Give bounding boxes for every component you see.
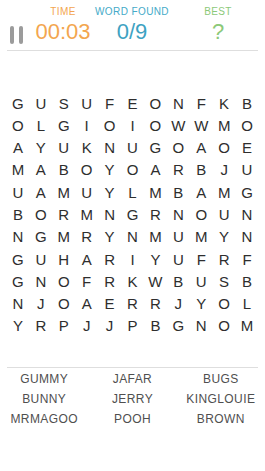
- grid-cell-r7c7[interactable]: M: [144, 226, 167, 248]
- grid-cell-r6c8[interactable]: N: [167, 203, 190, 225]
- grid-cell-r10c9[interactable]: Y: [190, 292, 213, 314]
- grid-cell-r4c6[interactable]: O: [121, 159, 144, 181]
- grid-cell-r3c2[interactable]: Y: [29, 137, 52, 159]
- grid-cell-r3c3[interactable]: U: [52, 137, 75, 159]
- grid-cell-r11c1[interactable]: Y: [7, 315, 30, 337]
- grid-cell-r6c10[interactable]: U: [213, 203, 236, 225]
- grid-cell-r1c4[interactable]: U: [75, 92, 98, 114]
- grid-cell-r9c7[interactable]: W: [144, 270, 167, 292]
- grid-cell-r2c5[interactable]: O: [98, 114, 121, 136]
- grid-cell-r11c3[interactable]: P: [52, 315, 75, 337]
- grid-cell-r8c2[interactable]: U: [29, 248, 52, 270]
- grid-cell-r4c2[interactable]: A: [29, 159, 52, 181]
- grid-cell-r4c1[interactable]: M: [7, 159, 30, 181]
- grid-cell-r11c8[interactable]: G: [167, 315, 190, 337]
- grid-cell-r7c10[interactable]: Y: [213, 226, 236, 248]
- word-item-bugs: BUGS: [177, 372, 265, 387]
- grid-cell-r2c11[interactable]: O: [236, 114, 259, 136]
- grid-cell-r6c4[interactable]: M: [75, 203, 98, 225]
- grid-cell-r6c3[interactable]: R: [52, 203, 75, 225]
- grid-cell-r10c5[interactable]: E: [98, 292, 121, 314]
- grid-cell-r4c3[interactable]: B: [52, 159, 75, 181]
- grid-cell-r9c8[interactable]: B: [167, 270, 190, 292]
- word-item-brown: BROWN: [177, 412, 265, 427]
- grid-cell-r3c4[interactable]: K: [75, 137, 98, 159]
- grid-cell-r10c7[interactable]: R: [144, 292, 167, 314]
- grid-cell-r8c11[interactable]: F: [236, 248, 259, 270]
- grid-cell-r4c11[interactable]: U: [236, 159, 259, 181]
- grid-cell-r9c4[interactable]: F: [75, 270, 98, 292]
- word-item-pooh: POOH: [88, 412, 176, 427]
- grid-cell-r1c5[interactable]: F: [98, 92, 121, 114]
- grid-cell-r2c1[interactable]: O: [7, 114, 30, 136]
- grid-cell-r5c10[interactable]: M: [213, 181, 236, 203]
- grid-cell-r11c6[interactable]: P: [121, 315, 144, 337]
- grid-cell-r7c4[interactable]: R: [75, 226, 98, 248]
- grid-cell-r11c4[interactable]: J: [75, 315, 98, 337]
- grid-cell-r1c1[interactable]: G: [7, 92, 30, 114]
- grid-cell-r5c7[interactable]: M: [144, 181, 167, 203]
- word-search-app: TIME 00:03 WORD FOUND 0/9 BEST ? GUSUFEO…: [0, 0, 265, 471]
- grid-cell-r2c3[interactable]: G: [52, 114, 75, 136]
- grid-cell-r3c5[interactable]: N: [98, 137, 121, 159]
- puzzle-area: GUSUFEONFKBOLGIOIOWWMOAYUKNUGOAOEMABOYOA…: [0, 51, 265, 367]
- grid-cell-r5c8[interactable]: B: [167, 181, 190, 203]
- best-value: ?: [188, 19, 248, 45]
- grid-cell-r1c11[interactable]: B: [236, 92, 259, 114]
- word-found-stat: WORD FOUND 0/9: [82, 6, 182, 45]
- grid-cell-r10c3[interactable]: O: [52, 292, 75, 314]
- grid-cell-r5c2[interactable]: A: [29, 181, 52, 203]
- grid-cell-r1c2[interactable]: U: [29, 92, 52, 114]
- grid-cell-r2c6[interactable]: I: [121, 114, 144, 136]
- grid-cell-r9c11[interactable]: B: [236, 270, 259, 292]
- grid-cell-r8c8[interactable]: U: [167, 248, 190, 270]
- grid-cell-r4c8[interactable]: R: [167, 159, 190, 181]
- grid-cell-r9c6[interactable]: K: [121, 270, 144, 292]
- grid-cell-r11c7[interactable]: B: [144, 315, 167, 337]
- grid-cell-r10c11[interactable]: L: [236, 292, 259, 314]
- grid-cell-r11c2[interactable]: R: [29, 315, 52, 337]
- grid-cell-r2c2[interactable]: L: [29, 114, 52, 136]
- grid-cell-r8c6[interactable]: I: [121, 248, 144, 270]
- grid-cell-r7c9[interactable]: M: [190, 226, 213, 248]
- word-item-mrmagoo: MRMAGOO: [0, 412, 88, 427]
- grid-cell-r5c5[interactable]: Y: [98, 181, 121, 203]
- grid-cell-r10c1[interactable]: N: [7, 292, 30, 314]
- grid-cell-r8c7[interactable]: Y: [144, 248, 167, 270]
- word-item-jafar: JAFAR: [88, 372, 176, 387]
- best-label: BEST: [188, 6, 248, 18]
- grid-cell-r7c8[interactable]: U: [167, 226, 190, 248]
- grid-cell-r5c1[interactable]: U: [7, 181, 30, 203]
- grid-cell-r5c3[interactable]: M: [52, 181, 75, 203]
- pause-button[interactable]: [10, 25, 26, 45]
- grid-cell-r3c9[interactable]: A: [190, 137, 213, 159]
- word-found-value: 0/9: [82, 19, 182, 45]
- grid-cell-r11c11[interactable]: M: [236, 315, 259, 337]
- grid-cell-r5c9[interactable]: A: [190, 181, 213, 203]
- pause-icon: [10, 26, 14, 44]
- grid-cell-r6c11[interactable]: N: [236, 203, 259, 225]
- grid-cell-r3c6[interactable]: U: [121, 137, 144, 159]
- grid-cell-r9c10[interactable]: S: [213, 270, 236, 292]
- grid-cell-r4c5[interactable]: Y: [98, 159, 121, 181]
- grid-cell-r7c5[interactable]: Y: [98, 226, 121, 248]
- grid-cell-r9c9[interactable]: U: [190, 270, 213, 292]
- grid-cell-r10c6[interactable]: R: [121, 292, 144, 314]
- grid-cell-r3c7[interactable]: G: [144, 137, 167, 159]
- grid-cell-r10c4[interactable]: A: [75, 292, 98, 314]
- grid-cell-r8c1[interactable]: G: [7, 248, 30, 270]
- grid-cell-r6c7[interactable]: R: [144, 203, 167, 225]
- grid-cell-r7c11[interactable]: N: [236, 226, 259, 248]
- grid-cell-r5c4[interactable]: U: [75, 181, 98, 203]
- top-bar: TIME 00:03 WORD FOUND 0/9 BEST ?: [0, 0, 265, 50]
- grid-cell-r3c11[interactable]: E: [236, 137, 259, 159]
- grid-cell-r2c8[interactable]: W: [167, 114, 190, 136]
- grid-cell-r1c6[interactable]: E: [121, 92, 144, 114]
- grid-cell-r8c4[interactable]: A: [75, 248, 98, 270]
- grid-cell-r8c10[interactable]: R: [213, 248, 236, 270]
- grid-cell-r3c10[interactable]: O: [213, 137, 236, 159]
- grid-cell-r10c2[interactable]: J: [29, 292, 52, 314]
- grid-cell-r8c3[interactable]: H: [52, 248, 75, 270]
- word-list-divider: [7, 367, 258, 368]
- grid-cell-r2c9[interactable]: W: [190, 114, 213, 136]
- grid-cell-r6c9[interactable]: O: [190, 203, 213, 225]
- grid-cell-r7c6[interactable]: N: [121, 226, 144, 248]
- grid-cell-r6c6[interactable]: G: [121, 203, 144, 225]
- grid-cell-r6c2[interactable]: O: [29, 203, 52, 225]
- grid-cell-r11c5[interactable]: J: [98, 315, 121, 337]
- word-item-jerry: JERRY: [88, 392, 176, 407]
- grid-cell-r1c9[interactable]: F: [190, 92, 213, 114]
- grid-cell-r1c8[interactable]: N: [167, 92, 190, 114]
- grid-cell-r4c7[interactable]: A: [144, 159, 167, 181]
- grid-cell-r3c8[interactable]: O: [167, 137, 190, 159]
- grid-cell-r1c7[interactable]: O: [144, 92, 167, 114]
- grid-cell-r11c9[interactable]: N: [190, 315, 213, 337]
- grid-cell-r7c1[interactable]: N: [7, 226, 30, 248]
- grid-cell-r5c6[interactable]: L: [121, 181, 144, 203]
- word-list: GUMMYJAFARBUGSBUNNYJERRYKINGLOUIEMRMAGOO…: [0, 372, 265, 427]
- grid-cell-r7c2[interactable]: G: [29, 226, 52, 248]
- grid-cell-r3c1[interactable]: A: [7, 137, 30, 159]
- grid-cell-r9c1[interactable]: G: [7, 270, 30, 292]
- grid-cell-r2c7[interactable]: O: [144, 114, 167, 136]
- grid-cell-r5c11[interactable]: G: [236, 181, 259, 203]
- word-item-bunny: BUNNY: [0, 392, 88, 407]
- word-item-kinglouie: KINGLOUIE: [177, 392, 265, 407]
- grid-cell-r4c9[interactable]: B: [190, 159, 213, 181]
- grid-cell-r9c2[interactable]: N: [29, 270, 52, 292]
- pause-icon: [19, 26, 23, 44]
- word-item-gummy: GUMMY: [0, 372, 88, 387]
- grid-cell-r8c9[interactable]: F: [190, 248, 213, 270]
- letter-grid[interactable]: GUSUFEONFKBOLGIOIOWWMOAYUKNUGOAOEMABOYOA…: [7, 92, 259, 337]
- best-stat: BEST ?: [188, 6, 248, 45]
- grid-cell-r10c10[interactable]: O: [213, 292, 236, 314]
- grid-cell-r9c3[interactable]: O: [52, 270, 75, 292]
- grid-cell-r8c5[interactable]: R: [98, 248, 121, 270]
- grid-cell-r6c1[interactable]: B: [7, 203, 30, 225]
- grid-cell-r6c5[interactable]: N: [98, 203, 121, 225]
- grid-cell-r9c5[interactable]: R: [98, 270, 121, 292]
- grid-cell-r4c10[interactable]: J: [213, 159, 236, 181]
- grid-cell-r2c4[interactable]: I: [75, 114, 98, 136]
- grid-cell-r4c4[interactable]: O: [75, 159, 98, 181]
- grid-cell-r1c10[interactable]: K: [213, 92, 236, 114]
- word-found-label: WORD FOUND: [82, 6, 182, 18]
- grid-cell-r10c8[interactable]: J: [167, 292, 190, 314]
- grid-cell-r11c10[interactable]: O: [213, 315, 236, 337]
- grid-cell-r2c10[interactable]: M: [213, 114, 236, 136]
- grid-cell-r7c3[interactable]: M: [52, 226, 75, 248]
- grid-cell-r1c3[interactable]: S: [52, 92, 75, 114]
